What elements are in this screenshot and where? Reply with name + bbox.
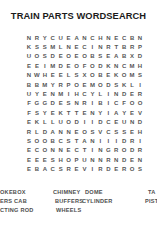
word-list-item: CHIMNEY [53, 190, 81, 196]
word-list-item: CYLINDER [82, 199, 113, 205]
word-list: OKEBOXERS CABCTING RODCHIMNEYBUFFERSWHEE… [0, 0, 157, 225]
word-list-item: DOME [85, 190, 103, 196]
word-list-item: CTING ROD [0, 208, 34, 214]
word-list-item: WHEELS [56, 208, 81, 214]
wordsearch-page: TRAIN PARTS WORDSEARCH NRYCUEANCHNECBNKS… [0, 0, 157, 225]
word-list-item: OKEBOX [0, 190, 26, 196]
word-list-item: TA [148, 190, 156, 196]
word-list-item: PIST [145, 199, 157, 205]
word-list-item: BUFFERS [55, 199, 83, 205]
word-list-item: ERS CAB [0, 199, 27, 205]
